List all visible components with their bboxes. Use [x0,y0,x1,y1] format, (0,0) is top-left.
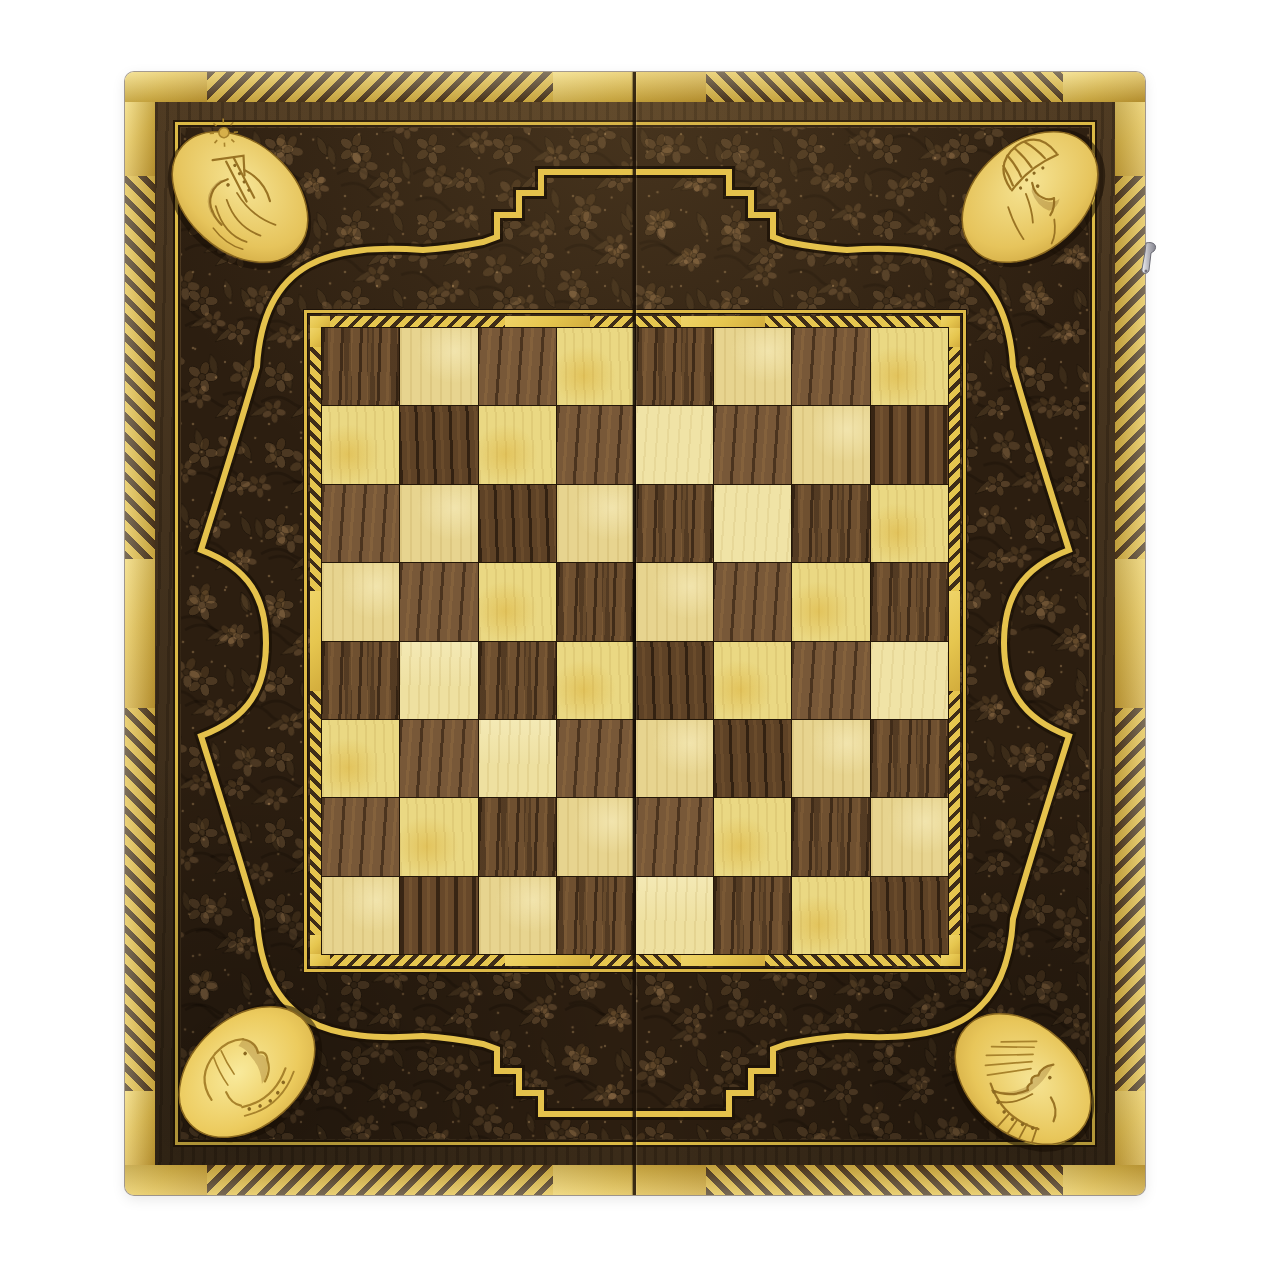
square-d8[interactable] [557,328,634,405]
inlay-stripe-segment [765,954,941,966]
square-e1[interactable] [636,877,713,954]
square-c2[interactable] [479,798,556,875]
square-h7[interactable] [871,406,948,483]
chess-box-board [125,72,1145,1195]
square-d2[interactable] [557,798,634,875]
inlay-stripe-segment [590,954,636,966]
square-f4[interactable] [714,642,791,719]
square-a2[interactable] [322,798,399,875]
inlay-plain-segment [310,954,330,966]
square-f1[interactable] [714,877,791,954]
inlay-stripe-segment [706,72,1063,102]
inlay-stripe-segment [765,316,941,328]
inlay-plain-segment [1115,559,1145,708]
square-h8[interactable] [871,328,948,405]
square-g1[interactable] [792,877,869,954]
inlay-plain-segment [310,935,322,954]
square-d6[interactable] [557,485,634,562]
inlay-plain-segment [310,591,322,691]
inlay-plain-segment [125,559,155,708]
square-e4[interactable] [636,642,713,719]
inlay-plain-segment [505,316,590,328]
square-b7[interactable] [400,406,477,483]
square-f8[interactable] [714,328,791,405]
inlay-stripe-segment [590,316,636,328]
square-c6[interactable] [479,485,556,562]
square-d1[interactable] [557,877,634,954]
square-h2[interactable] [871,798,948,875]
inlay-plain-segment [941,954,961,966]
inlay-stripe-segment [635,954,681,966]
square-b8[interactable] [400,328,477,405]
square-g5[interactable] [792,563,869,640]
inlay-plain-segment [125,102,155,176]
inlay-stripe-segment [310,347,322,591]
square-g4[interactable] [792,642,869,719]
square-a1[interactable] [322,877,399,954]
square-e7[interactable] [636,406,713,483]
inlay-stripe-segment [948,347,960,591]
bevel-edge-left [125,102,155,1165]
square-e2[interactable] [636,798,713,875]
square-e3[interactable] [636,720,713,797]
square-g7[interactable] [792,406,869,483]
inlay-plain-segment [948,591,960,691]
square-b2[interactable] [400,798,477,875]
inlay-plain-segment [1063,1165,1145,1195]
inlay-stripe-segment [1115,708,1145,1091]
inlay-plain-segment [1063,72,1145,102]
square-f2[interactable] [714,798,791,875]
square-d7[interactable] [557,406,634,483]
inlay-stripe-segment [125,708,155,1091]
inlay-stripe-segment [1115,176,1145,559]
square-e6[interactable] [636,485,713,562]
square-h5[interactable] [871,563,948,640]
square-g8[interactable] [792,328,869,405]
inlay-plain-segment [310,328,322,347]
square-e8[interactable] [636,328,713,405]
inlay-plain-segment [505,954,590,966]
inlay-plain-segment [948,328,960,347]
square-h1[interactable] [871,877,948,954]
square-a7[interactable] [322,406,399,483]
square-a5[interactable] [322,563,399,640]
inlay-plain-segment [310,316,330,328]
square-d4[interactable] [557,642,634,719]
inlay-stripe-segment [310,691,322,935]
striped-band-left [310,328,322,954]
square-d5[interactable] [557,563,634,640]
square-g6[interactable] [792,485,869,562]
square-a6[interactable] [322,485,399,562]
fold-seam [633,72,636,1195]
inlay-plain-segment [553,1165,706,1195]
inlay-plain-segment [125,72,207,102]
square-b1[interactable] [400,877,477,954]
square-b3[interactable] [400,720,477,797]
inlay-stripe-segment [125,176,155,559]
square-c5[interactable] [479,563,556,640]
inlay-plain-segment [941,316,961,328]
square-f7[interactable] [714,406,791,483]
inlay-stripe-segment [207,72,554,102]
square-c3[interactable] [479,720,556,797]
inlay-stripe-segment [330,316,506,328]
inlay-plain-segment [125,1091,155,1165]
square-b5[interactable] [400,563,477,640]
square-g2[interactable] [792,798,869,875]
inlay-plain-segment [948,935,960,954]
inlay-stripe-segment [635,316,681,328]
inlay-plain-segment [553,72,706,102]
striped-band-right [948,328,960,954]
inlay-stripe-segment [207,1165,554,1195]
square-f5[interactable] [714,563,791,640]
square-b4[interactable] [400,642,477,719]
square-h6[interactable] [871,485,948,562]
square-d3[interactable] [557,720,634,797]
square-c4[interactable] [479,642,556,719]
square-c8[interactable] [479,328,556,405]
square-h4[interactable] [871,642,948,719]
square-c7[interactable] [479,406,556,483]
square-g3[interactable] [792,720,869,797]
inlay-plain-segment [1115,102,1145,176]
square-c1[interactable] [479,877,556,954]
photo-stage [0,0,1280,1280]
square-a8[interactable] [322,328,399,405]
square-h3[interactable] [871,720,948,797]
square-a3[interactable] [322,720,399,797]
square-e5[interactable] [636,563,713,640]
latch-clasp[interactable] [1138,240,1164,280]
inlay-stripe-segment [706,1165,1063,1195]
inlay-plain-segment [681,316,766,328]
square-a4[interactable] [322,642,399,719]
inlay-plain-segment [125,1165,207,1195]
inlay-plain-segment [681,954,766,966]
inlay-plain-segment [1115,1091,1145,1165]
square-b6[interactable] [400,485,477,562]
inlay-stripe-segment [330,954,506,966]
inlay-stripe-segment [948,691,960,935]
square-f3[interactable] [714,720,791,797]
square-f6[interactable] [714,485,791,562]
